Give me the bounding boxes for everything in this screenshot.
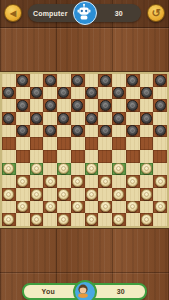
square-i12: [112, 74, 126, 87]
square-d10[interactable]: [43, 99, 57, 112]
square-l4[interactable]: [153, 175, 167, 188]
robot-avatar-icon: [73, 1, 97, 25]
square-b3: [16, 188, 30, 201]
black-man[interactable]: [127, 100, 138, 111]
black-man[interactable]: [113, 113, 124, 124]
player-name: You: [24, 288, 73, 295]
opponent-info-pill: Computer 30: [28, 4, 141, 22]
square-g4: [85, 175, 99, 188]
white-man[interactable]: [58, 163, 69, 174]
square-l5: [153, 163, 167, 176]
back-icon: ◀: [10, 9, 16, 18]
square-a7[interactable]: [2, 137, 16, 150]
square-j2[interactable]: [126, 201, 140, 214]
black-man[interactable]: [127, 75, 138, 86]
square-g2: [85, 201, 99, 214]
square-d7: [43, 137, 57, 150]
square-c1[interactable]: [30, 213, 44, 226]
white-man[interactable]: [58, 189, 69, 200]
square-e8: [57, 125, 71, 138]
square-l3: [153, 188, 167, 201]
square-f4[interactable]: [71, 175, 85, 188]
square-c9[interactable]: [30, 112, 44, 125]
square-a1[interactable]: [2, 213, 16, 226]
square-a10: [2, 99, 16, 112]
square-l10[interactable]: [153, 99, 167, 112]
square-g10: [85, 99, 99, 112]
square-a4: [2, 175, 16, 188]
white-man[interactable]: [72, 176, 83, 187]
black-man[interactable]: [17, 100, 28, 111]
square-g12: [85, 74, 99, 87]
square-j9: [126, 112, 140, 125]
square-i8: [112, 125, 126, 138]
white-man[interactable]: [113, 189, 124, 200]
square-e6: [57, 150, 71, 163]
square-j4[interactable]: [126, 175, 140, 188]
square-g8: [85, 125, 99, 138]
square-k1[interactable]: [140, 213, 154, 226]
square-i9[interactable]: [112, 112, 126, 125]
square-j10[interactable]: [126, 99, 140, 112]
square-l7: [153, 137, 167, 150]
square-f5: [71, 163, 85, 176]
white-man[interactable]: [31, 189, 42, 200]
square-l6[interactable]: [153, 150, 167, 163]
white-man[interactable]: [113, 214, 124, 225]
undo-button[interactable]: ↺: [147, 4, 165, 22]
square-c4: [30, 175, 44, 188]
white-man[interactable]: [141, 163, 152, 174]
square-i11[interactable]: [112, 87, 126, 100]
square-i7[interactable]: [112, 137, 126, 150]
square-f3: [71, 188, 85, 201]
square-e1[interactable]: [57, 213, 71, 226]
square-b2[interactable]: [16, 201, 30, 214]
square-c12: [30, 74, 44, 87]
square-i6: [112, 150, 126, 163]
square-e7[interactable]: [57, 137, 71, 150]
square-k4: [140, 175, 154, 188]
square-g1[interactable]: [85, 213, 99, 226]
square-d12[interactable]: [43, 74, 57, 87]
square-h2[interactable]: [98, 201, 112, 214]
square-a2: [2, 201, 16, 214]
square-l2[interactable]: [153, 201, 167, 214]
square-f10[interactable]: [71, 99, 85, 112]
square-d3: [43, 188, 57, 201]
white-man[interactable]: [141, 214, 152, 225]
square-b11: [16, 87, 30, 100]
black-man[interactable]: [155, 125, 166, 136]
square-i1[interactable]: [112, 213, 126, 226]
opponent-name: Computer: [28, 10, 73, 17]
white-man[interactable]: [127, 176, 138, 187]
square-f7: [71, 137, 85, 150]
white-man[interactable]: [31, 163, 42, 174]
white-man[interactable]: [86, 189, 97, 200]
square-d5: [43, 163, 57, 176]
black-man[interactable]: [72, 100, 83, 111]
square-c2: [30, 201, 44, 214]
square-k10: [140, 99, 154, 112]
opponent-score: 30: [97, 10, 142, 17]
white-man[interactable]: [127, 201, 138, 212]
black-man[interactable]: [141, 87, 152, 98]
square-f12[interactable]: [71, 74, 85, 87]
square-b7: [16, 137, 30, 150]
square-c6: [30, 150, 44, 163]
square-k7[interactable]: [140, 137, 154, 150]
square-a9[interactable]: [2, 112, 16, 125]
white-man[interactable]: [155, 201, 166, 212]
black-man[interactable]: [100, 125, 111, 136]
square-f6[interactable]: [71, 150, 85, 163]
black-man[interactable]: [113, 87, 124, 98]
square-i4: [112, 175, 126, 188]
square-h3: [98, 188, 112, 201]
black-man[interactable]: [17, 75, 28, 86]
square-b8[interactable]: [16, 125, 30, 138]
square-b5: [16, 163, 30, 176]
white-man[interactable]: [100, 201, 111, 212]
square-d9: [43, 112, 57, 125]
square-a6: [2, 150, 16, 163]
black-man[interactable]: [72, 125, 83, 136]
back-button[interactable]: ◀: [4, 4, 22, 22]
black-man[interactable]: [141, 113, 152, 124]
square-g7[interactable]: [85, 137, 99, 150]
square-j12[interactable]: [126, 74, 140, 87]
square-i5[interactable]: [112, 163, 126, 176]
square-h1: [98, 213, 112, 226]
white-man[interactable]: [17, 201, 28, 212]
player-info-pill: You 30: [22, 283, 147, 300]
square-l9: [153, 112, 167, 125]
square-h8[interactable]: [98, 125, 112, 138]
square-k9[interactable]: [140, 112, 154, 125]
undo-icon: ↺: [151, 8, 160, 19]
black-man[interactable]: [155, 100, 166, 111]
square-b1: [16, 213, 30, 226]
square-c8: [30, 125, 44, 138]
square-f2[interactable]: [71, 201, 85, 214]
black-man[interactable]: [86, 87, 97, 98]
white-man[interactable]: [45, 176, 56, 187]
square-e3[interactable]: [57, 188, 71, 201]
black-man[interactable]: [86, 113, 97, 124]
square-h5: [98, 163, 112, 176]
square-k12: [140, 74, 154, 87]
square-c7[interactable]: [30, 137, 44, 150]
square-d8[interactable]: [43, 125, 57, 138]
square-b12[interactable]: [16, 74, 30, 87]
player-score: 30: [97, 288, 146, 295]
white-man[interactable]: [3, 163, 14, 174]
square-g3[interactable]: [85, 188, 99, 201]
square-g5[interactable]: [85, 163, 99, 176]
white-man[interactable]: [3, 189, 14, 200]
black-man[interactable]: [45, 100, 56, 111]
square-k3[interactable]: [140, 188, 154, 201]
square-f1: [71, 213, 85, 226]
checkers-board: [0, 72, 169, 228]
square-f8[interactable]: [71, 125, 85, 138]
square-d4[interactable]: [43, 175, 57, 188]
square-h10[interactable]: [98, 99, 112, 112]
square-d6[interactable]: [43, 150, 57, 163]
square-e11[interactable]: [57, 87, 71, 100]
black-man[interactable]: [100, 75, 111, 86]
square-j3: [126, 188, 140, 201]
square-l8[interactable]: [153, 125, 167, 138]
square-i2: [112, 201, 126, 214]
white-man[interactable]: [113, 163, 124, 174]
square-c10: [30, 99, 44, 112]
black-man[interactable]: [3, 87, 14, 98]
square-j5: [126, 163, 140, 176]
white-man[interactable]: [45, 201, 56, 212]
square-j8[interactable]: [126, 125, 140, 138]
square-a8: [2, 125, 16, 138]
white-man[interactable]: [31, 214, 42, 225]
square-k5[interactable]: [140, 163, 154, 176]
square-i3[interactable]: [112, 188, 126, 201]
square-e4: [57, 175, 71, 188]
square-d2[interactable]: [43, 201, 57, 214]
checkers-app-screen: ◀ Computer 30 ↺ You: [0, 0, 169, 300]
square-a5[interactable]: [2, 163, 16, 176]
square-j11: [126, 87, 140, 100]
white-man[interactable]: [86, 214, 97, 225]
square-l12[interactable]: [153, 74, 167, 87]
square-h11: [98, 87, 112, 100]
white-man[interactable]: [58, 214, 69, 225]
square-h9: [98, 112, 112, 125]
black-man[interactable]: [45, 75, 56, 86]
white-man[interactable]: [72, 201, 83, 212]
square-d1: [43, 213, 57, 226]
white-man[interactable]: [141, 189, 152, 200]
square-e2: [57, 201, 71, 214]
black-man[interactable]: [72, 75, 83, 86]
black-man[interactable]: [31, 87, 42, 98]
white-man[interactable]: [100, 176, 111, 187]
black-man[interactable]: [127, 125, 138, 136]
white-man[interactable]: [86, 163, 97, 174]
square-h6[interactable]: [98, 150, 112, 163]
square-k6: [140, 150, 154, 163]
square-e10: [57, 99, 71, 112]
square-j1: [126, 213, 140, 226]
square-b6[interactable]: [16, 150, 30, 163]
person-avatar-icon: [73, 280, 97, 300]
square-j7: [126, 137, 140, 150]
square-i10: [112, 99, 126, 112]
square-c11[interactable]: [30, 87, 44, 100]
square-a12: [2, 74, 16, 87]
square-e12: [57, 74, 71, 87]
white-man[interactable]: [17, 176, 28, 187]
square-b4[interactable]: [16, 175, 30, 188]
square-k8: [140, 125, 154, 138]
white-man[interactable]: [3, 214, 14, 225]
square-g9[interactable]: [85, 112, 99, 125]
white-man[interactable]: [155, 176, 166, 187]
square-l1: [153, 213, 167, 226]
square-f11: [71, 87, 85, 100]
square-j6[interactable]: [126, 150, 140, 163]
square-f9: [71, 112, 85, 125]
square-l11: [153, 87, 167, 100]
square-c5[interactable]: [30, 163, 44, 176]
black-man[interactable]: [58, 87, 69, 98]
square-h4[interactable]: [98, 175, 112, 188]
square-k11[interactable]: [140, 87, 154, 100]
black-man[interactable]: [155, 75, 166, 86]
square-k2: [140, 201, 154, 214]
square-h7: [98, 137, 112, 150]
square-e5[interactable]: [57, 163, 71, 176]
square-b9: [16, 112, 30, 125]
square-a3[interactable]: [2, 188, 16, 201]
square-e9[interactable]: [57, 112, 71, 125]
black-man[interactable]: [31, 113, 42, 124]
black-man[interactable]: [17, 125, 28, 136]
square-d11: [43, 87, 57, 100]
square-b10[interactable]: [16, 99, 30, 112]
square-h12[interactable]: [98, 74, 112, 87]
square-g6: [85, 150, 99, 163]
black-man[interactable]: [45, 125, 56, 136]
square-c3[interactable]: [30, 188, 44, 201]
square-a11[interactable]: [2, 87, 16, 100]
black-man[interactable]: [58, 113, 69, 124]
black-man[interactable]: [100, 100, 111, 111]
square-g11[interactable]: [85, 87, 99, 100]
black-man[interactable]: [3, 113, 14, 124]
